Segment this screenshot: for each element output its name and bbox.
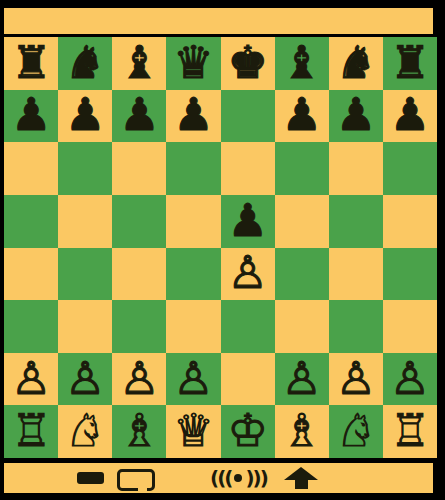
- square-d4[interactable]: [166, 248, 220, 301]
- broadcast-right-arcs: ))): [245, 467, 266, 490]
- square-a4[interactable]: [4, 248, 58, 301]
- black-queen: ♛: [173, 40, 213, 85]
- square-h8[interactable]: ♜: [383, 37, 437, 90]
- black-pawn: ♟: [282, 92, 322, 137]
- black-pawn: ♟: [119, 92, 159, 137]
- black-knight: ♞: [65, 40, 105, 85]
- square-e2[interactable]: [221, 353, 275, 406]
- square-b3[interactable]: [58, 300, 112, 353]
- white-pawn: ♙: [119, 356, 159, 401]
- square-a1[interactable]: ♖: [4, 405, 58, 458]
- black-rook: ♜: [390, 40, 430, 85]
- square-d8[interactable]: ♛: [166, 37, 220, 90]
- up-arrow-stem: [295, 480, 308, 489]
- square-e1[interactable]: ♔: [221, 405, 275, 458]
- white-pawn: ♙: [390, 356, 430, 401]
- black-pawn: ♟: [336, 92, 376, 137]
- white-pawn: ♙: [65, 356, 105, 401]
- white-pawn: ♙: [173, 356, 213, 401]
- square-f6[interactable]: [275, 142, 329, 195]
- square-b2[interactable]: ♙: [58, 353, 112, 406]
- white-pawn: ♙: [227, 250, 267, 295]
- square-e8[interactable]: ♚: [221, 37, 275, 90]
- square-a8[interactable]: ♜: [4, 37, 58, 90]
- square-g6[interactable]: [329, 142, 383, 195]
- square-a5[interactable]: [4, 195, 58, 248]
- square-g4[interactable]: [329, 248, 383, 301]
- square-d7[interactable]: ♟: [166, 90, 220, 143]
- square-e4[interactable]: ♙: [221, 248, 275, 301]
- square-b5[interactable]: [58, 195, 112, 248]
- black-pawn: ♟: [390, 92, 430, 137]
- square-d6[interactable]: [166, 142, 220, 195]
- white-rook: ♖: [390, 408, 430, 453]
- white-knight: ♘: [336, 408, 376, 453]
- square-g5[interactable]: [329, 195, 383, 248]
- square-a2[interactable]: ♙: [4, 353, 58, 406]
- square-b7[interactable]: ♟: [58, 90, 112, 143]
- broadcast-icon[interactable]: ((( ))): [210, 465, 267, 491]
- square-a3[interactable]: [4, 300, 58, 353]
- broadcast-left-arcs: (((: [210, 467, 231, 490]
- toolbar: ((( ))): [4, 463, 433, 493]
- up-arrow-icon[interactable]: [283, 467, 319, 489]
- black-rook: ♜: [11, 40, 51, 85]
- square-e3[interactable]: [221, 300, 275, 353]
- white-pawn: ♙: [336, 356, 376, 401]
- square-e6[interactable]: [221, 142, 275, 195]
- hollow-rectangle-icon[interactable]: [117, 469, 155, 491]
- chess-board: ♜♞♝♛♚♝♞♜♟♟♟♟♟♟♟♟♙♙♙♙♙♙♙♙♖♘♗♕♔♗♘♖: [4, 37, 437, 458]
- square-c4[interactable]: [112, 248, 166, 301]
- square-g8[interactable]: ♞: [329, 37, 383, 90]
- white-knight: ♘: [65, 408, 105, 453]
- square-c1[interactable]: ♗: [112, 405, 166, 458]
- square-d2[interactable]: ♙: [166, 353, 220, 406]
- square-e5[interactable]: ♟: [221, 195, 275, 248]
- black-pawn: ♟: [227, 198, 267, 243]
- square-h4[interactable]: [383, 248, 437, 301]
- square-a6[interactable]: [4, 142, 58, 195]
- black-knight: ♞: [336, 40, 376, 85]
- square-d5[interactable]: [166, 195, 220, 248]
- square-g3[interactable]: [329, 300, 383, 353]
- square-g1[interactable]: ♘: [329, 405, 383, 458]
- square-b4[interactable]: [58, 248, 112, 301]
- square-a7[interactable]: ♟: [4, 90, 58, 143]
- square-c6[interactable]: [112, 142, 166, 195]
- black-pawn: ♟: [65, 92, 105, 137]
- square-h7[interactable]: ♟: [383, 90, 437, 143]
- hollow-rectangle-notch: [138, 488, 147, 491]
- square-f1[interactable]: ♗: [275, 405, 329, 458]
- broadcast-dot: [234, 474, 242, 482]
- square-f8[interactable]: ♝: [275, 37, 329, 90]
- square-h1[interactable]: ♖: [383, 405, 437, 458]
- square-f2[interactable]: ♙: [275, 353, 329, 406]
- square-h2[interactable]: ♙: [383, 353, 437, 406]
- square-c5[interactable]: [112, 195, 166, 248]
- square-h6[interactable]: [383, 142, 437, 195]
- square-h5[interactable]: [383, 195, 437, 248]
- black-king: ♚: [227, 40, 267, 85]
- white-king: ♔: [227, 408, 267, 453]
- square-e7[interactable]: [221, 90, 275, 143]
- square-c7[interactable]: ♟: [112, 90, 166, 143]
- white-pawn: ♙: [282, 356, 322, 401]
- white-queen: ♕: [173, 408, 213, 453]
- square-c2[interactable]: ♙: [112, 353, 166, 406]
- square-f5[interactable]: [275, 195, 329, 248]
- status-bar: [4, 8, 433, 34]
- square-f7[interactable]: ♟: [275, 90, 329, 143]
- square-b8[interactable]: ♞: [58, 37, 112, 90]
- white-bishop: ♗: [119, 408, 159, 453]
- square-h3[interactable]: [383, 300, 437, 353]
- square-f4[interactable]: [275, 248, 329, 301]
- app-screen: ♜♞♝♛♚♝♞♜♟♟♟♟♟♟♟♟♙♙♙♙♙♙♙♙♖♘♗♕♔♗♘♖ ((( ))): [0, 0, 445, 500]
- square-g2[interactable]: ♙: [329, 353, 383, 406]
- solid-rectangle-icon[interactable]: [77, 472, 104, 484]
- black-bishop: ♝: [282, 40, 322, 85]
- square-f3[interactable]: [275, 300, 329, 353]
- square-d1[interactable]: ♕: [166, 405, 220, 458]
- white-bishop: ♗: [282, 408, 322, 453]
- square-b6[interactable]: [58, 142, 112, 195]
- white-rook: ♖: [11, 408, 51, 453]
- square-c3[interactable]: [112, 300, 166, 353]
- square-g7[interactable]: ♟: [329, 90, 383, 143]
- black-pawn: ♟: [11, 92, 51, 137]
- black-pawn: ♟: [173, 92, 213, 137]
- up-arrow-head: [284, 467, 318, 480]
- square-b1[interactable]: ♘: [58, 405, 112, 458]
- white-pawn: ♙: [11, 356, 51, 401]
- black-bishop: ♝: [119, 40, 159, 85]
- square-c8[interactable]: ♝: [112, 37, 166, 90]
- square-d3[interactable]: [166, 300, 220, 353]
